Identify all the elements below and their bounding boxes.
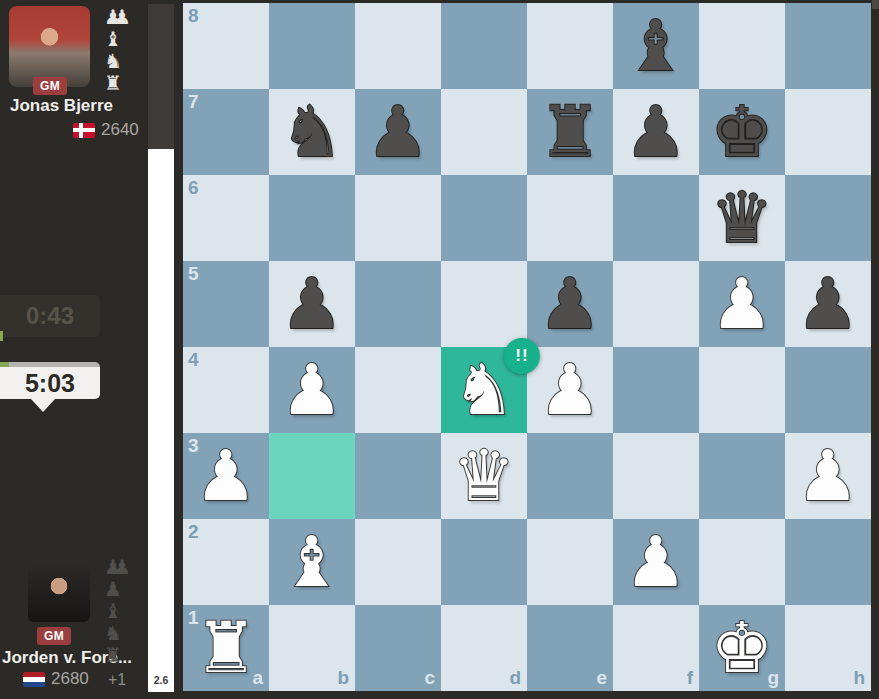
square-f2[interactable]: ♟ (613, 519, 699, 605)
black-knight-b7[interactable]: ♞ (269, 89, 355, 175)
captured-rook-icon: ♜ (104, 644, 122, 666)
black-pawn-f7[interactable]: ♟ (613, 89, 699, 175)
square-a2[interactable]: 2 (183, 519, 269, 605)
square-f4[interactable] (613, 347, 699, 433)
avatar-top-player[interactable] (9, 6, 90, 87)
square-h6[interactable] (785, 175, 871, 261)
square-e5[interactable]: ♟ (527, 261, 613, 347)
file-label-f: f (687, 667, 693, 689)
square-d5[interactable] (441, 261, 527, 347)
square-d8[interactable] (441, 3, 527, 89)
captured-knight-icon: ♞ (104, 622, 122, 644)
square-f7[interactable]: ♟ (613, 89, 699, 175)
square-d7[interactable] (441, 89, 527, 175)
square-a5[interactable]: 5 (183, 261, 269, 347)
scrollbar-thumb[interactable] (872, 0, 879, 9)
square-g2[interactable] (699, 519, 785, 605)
square-c7[interactable]: ♟ (355, 89, 441, 175)
square-b2[interactable]: ♝ (269, 519, 355, 605)
black-bishop-f8[interactable]: ♝ (613, 3, 699, 89)
square-c3[interactable] (355, 433, 441, 519)
square-b4[interactable]: ♟ (269, 347, 355, 433)
square-c4[interactable] (355, 347, 441, 433)
square-g8[interactable] (699, 3, 785, 89)
captured-pawn-pair-icon: ♟♟ (104, 6, 131, 28)
square-b5[interactable]: ♟ (269, 261, 355, 347)
square-f3[interactable] (613, 433, 699, 519)
square-d6[interactable] (441, 175, 527, 261)
captured-bishop-icon: ♝ (104, 28, 122, 50)
square-h4[interactable] (785, 347, 871, 433)
square-h8[interactable] (785, 3, 871, 89)
square-g7[interactable]: ♚ (699, 89, 785, 175)
captured-rook-icon: ♜ (104, 72, 122, 94)
square-d2[interactable] (441, 519, 527, 605)
black-queen-g6[interactable]: ♛ (699, 175, 785, 261)
captured-bishop-icon: ♝ (104, 600, 122, 622)
white-pawn-a3[interactable]: ♟ (183, 433, 269, 519)
rating-top: 2640 (101, 120, 139, 140)
rank-label-7: 7 (188, 91, 199, 113)
square-f5[interactable] (613, 261, 699, 347)
square-e1[interactable]: e (527, 605, 613, 691)
captured-pieces-bottom: ♟♟♟♝♞♜ (104, 556, 131, 666)
evaluation-score: 2.6 (148, 674, 174, 686)
rating-row-top: 2640 (73, 120, 139, 140)
square-f6[interactable] (613, 175, 699, 261)
square-e2[interactable] (527, 519, 613, 605)
square-e4[interactable]: ♟ (527, 347, 613, 433)
square-d1[interactable]: d (441, 605, 527, 691)
file-label-d: d (509, 667, 521, 689)
square-h7[interactable] (785, 89, 871, 175)
square-b8[interactable] (269, 3, 355, 89)
brilliant-move-badge: !! (504, 338, 540, 374)
evaluation-bar-black (148, 4, 174, 149)
square-e8[interactable] (527, 3, 613, 89)
square-h5[interactable]: ♟ (785, 261, 871, 347)
black-pawn-c7[interactable]: ♟ (355, 89, 441, 175)
square-c5[interactable] (355, 261, 441, 347)
square-b3[interactable] (269, 433, 355, 519)
square-a8[interactable]: 8 (183, 3, 269, 89)
white-pawn-g5[interactable]: ♟ (699, 261, 785, 347)
white-pawn-h3[interactable]: ♟ (785, 433, 871, 519)
title-badge-top: GM (33, 77, 67, 95)
square-a6[interactable]: 6 (183, 175, 269, 261)
square-c8[interactable] (355, 3, 441, 89)
white-pawn-f2[interactable]: ♟ (613, 519, 699, 605)
file-label-b: b (337, 667, 349, 689)
clock-bottom-value: 5:03 (0, 367, 100, 399)
square-b7[interactable]: ♞ (269, 89, 355, 175)
white-king-g1[interactable]: ♚ (699, 605, 785, 691)
square-f8[interactable]: ♝ (613, 3, 699, 89)
square-c6[interactable] (355, 175, 441, 261)
square-c2[interactable] (355, 519, 441, 605)
rank-label-5: 5 (188, 263, 199, 285)
white-rook-a1[interactable]: ♜ (183, 605, 269, 691)
rank-label-8: 8 (188, 5, 199, 27)
rank-label-2: 2 (188, 521, 199, 543)
square-c1[interactable]: c (355, 605, 441, 691)
captured-pieces-top: ♟♟♝♞♜ (104, 6, 131, 94)
clock-top-player: 0:43 (0, 295, 100, 337)
white-bishop-b2[interactable]: ♝ (269, 519, 355, 605)
title-badge-bottom: GM (37, 627, 71, 645)
eval-graph-sliver (0, 331, 3, 341)
square-e6[interactable] (527, 175, 613, 261)
square-a7[interactable]: 7 (183, 89, 269, 175)
captured-pawn-icon: ♟ (104, 578, 122, 600)
square-d3[interactable]: ♛ (441, 433, 527, 519)
square-h2[interactable] (785, 519, 871, 605)
square-e7[interactable]: ♜ (527, 89, 613, 175)
square-h1[interactable]: h (785, 605, 871, 691)
avatar-bottom-player[interactable] (28, 560, 90, 622)
black-rook-e7[interactable]: ♜ (527, 89, 613, 175)
square-f1[interactable]: f (613, 605, 699, 691)
file-label-c: c (424, 667, 435, 689)
square-b1[interactable]: b (269, 605, 355, 691)
file-label-e: e (596, 667, 607, 689)
material-advantage: +1 (108, 671, 126, 689)
square-g1[interactable]: g♚ (699, 605, 785, 691)
chess-analysis-app: GM Jonas Bjerre 2640 ♟♟♝♞♜ 0:43 5:03 GM … (0, 0, 879, 699)
white-pawn-b4[interactable]: ♟ (269, 347, 355, 433)
square-g6[interactable]: ♛ (699, 175, 785, 261)
captured-knight-icon: ♞ (104, 50, 122, 72)
square-a1[interactable]: 1a♜ (183, 605, 269, 691)
white-queen-d3[interactable]: ♛ (441, 433, 527, 519)
netherlands-flag-icon (23, 672, 45, 687)
evaluation-bar: 2.6 (148, 4, 174, 692)
square-b6[interactable] (269, 175, 355, 261)
board: 8♝7♞♟♜♟♚6♛5♟♟♟♟4♟♞♟3♟♛♟2♝♟1a♜bcdefg♚h!! (183, 3, 871, 691)
rating-row-bottom: 2680 (23, 669, 89, 689)
captured-pawn-pair-icon: ♟♟ (104, 556, 131, 578)
player-name-top[interactable]: Jonas Bjerre (10, 96, 113, 116)
white-pawn-e4[interactable]: ♟ (527, 347, 613, 433)
square-g5[interactable]: ♟ (699, 261, 785, 347)
file-label-h: h (853, 667, 865, 689)
clock-bottom-player: 5:03 (0, 362, 100, 399)
rank-label-4: 4 (188, 349, 199, 371)
rank-label-6: 6 (188, 177, 199, 199)
square-g3[interactable] (699, 433, 785, 519)
square-a3[interactable]: 3♟ (183, 433, 269, 519)
black-pawn-e5[interactable]: ♟ (527, 261, 613, 347)
rating-bottom: 2680 (51, 669, 89, 689)
clock-progress-strip (0, 362, 100, 367)
black-pawn-h5[interactable]: ♟ (785, 261, 871, 347)
clock-progress-green (0, 362, 9, 367)
denmark-flag-icon (73, 123, 95, 138)
clock-caret-icon (31, 399, 55, 412)
square-g4[interactable] (699, 347, 785, 433)
black-pawn-b5[interactable]: ♟ (269, 261, 355, 347)
square-h3[interactable]: ♟ (785, 433, 871, 519)
black-king-g7[interactable]: ♚ (699, 89, 785, 175)
square-a4[interactable]: 4 (183, 347, 269, 433)
square-e3[interactable] (527, 433, 613, 519)
